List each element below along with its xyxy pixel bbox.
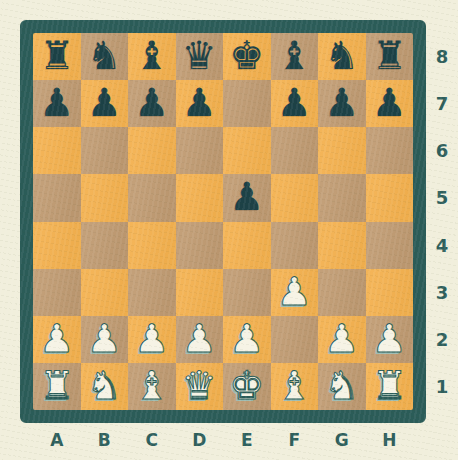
square-d6[interactable] bbox=[176, 127, 224, 174]
piece-black-pawn[interactable]: ♟ bbox=[39, 83, 74, 122]
square-h5[interactable] bbox=[366, 174, 414, 221]
square-e2[interactable]: ♟ bbox=[223, 316, 271, 363]
square-c6[interactable] bbox=[128, 127, 176, 174]
rank-label-5: 5 bbox=[426, 174, 458, 221]
square-f4[interactable] bbox=[271, 222, 319, 269]
piece-white-pawn[interactable]: ♟ bbox=[39, 319, 74, 358]
rank-label-2: 2 bbox=[426, 316, 458, 363]
piece-white-pawn[interactable]: ♟ bbox=[134, 319, 169, 358]
piece-black-rook[interactable]: ♜ bbox=[372, 36, 407, 75]
piece-white-king[interactable]: ♚ bbox=[229, 366, 264, 405]
square-e6[interactable] bbox=[223, 127, 271, 174]
file-label-f: F bbox=[271, 423, 319, 457]
square-f5[interactable] bbox=[271, 174, 319, 221]
piece-black-pawn[interactable]: ♟ bbox=[134, 83, 169, 122]
square-b6[interactable] bbox=[81, 127, 129, 174]
square-b5[interactable] bbox=[81, 174, 129, 221]
piece-white-bishop[interactable]: ♝ bbox=[277, 366, 312, 405]
square-d1[interactable]: ♛ bbox=[176, 363, 224, 410]
square-b4[interactable] bbox=[81, 222, 129, 269]
square-c7[interactable]: ♟ bbox=[128, 80, 176, 127]
square-h8[interactable]: ♜ bbox=[366, 33, 414, 80]
square-c8[interactable]: ♝ bbox=[128, 33, 176, 80]
piece-white-queen[interactable]: ♛ bbox=[182, 366, 217, 405]
square-f8[interactable]: ♝ bbox=[271, 33, 319, 80]
piece-black-bishop[interactable]: ♝ bbox=[277, 36, 312, 75]
square-a1[interactable]: ♜ bbox=[33, 363, 81, 410]
square-a5[interactable] bbox=[33, 174, 81, 221]
piece-white-pawn[interactable]: ♟ bbox=[372, 319, 407, 358]
square-c1[interactable]: ♝ bbox=[128, 363, 176, 410]
square-d7[interactable]: ♟ bbox=[176, 80, 224, 127]
square-c3[interactable] bbox=[128, 269, 176, 316]
piece-black-queen[interactable]: ♛ bbox=[182, 36, 217, 75]
square-e8[interactable]: ♚ bbox=[223, 33, 271, 80]
square-e7[interactable] bbox=[223, 80, 271, 127]
piece-white-pawn[interactable]: ♟ bbox=[87, 319, 122, 358]
piece-white-pawn[interactable]: ♟ bbox=[182, 319, 217, 358]
chess-illustration: ♜♞♝♛♚♝♞♜♟♟♟♟♟♟♟♟♟♟♟♟♟♟♟♟♜♞♝♛♚♝♞♜ 8765432… bbox=[0, 0, 458, 460]
square-h7[interactable]: ♟ bbox=[366, 80, 414, 127]
square-h6[interactable] bbox=[366, 127, 414, 174]
square-a2[interactable]: ♟ bbox=[33, 316, 81, 363]
square-g3[interactable] bbox=[318, 269, 366, 316]
file-labels: ABCDEFGH bbox=[33, 423, 413, 457]
square-c5[interactable] bbox=[128, 174, 176, 221]
square-f7[interactable]: ♟ bbox=[271, 80, 319, 127]
board-frame: ♜♞♝♛♚♝♞♜♟♟♟♟♟♟♟♟♟♟♟♟♟♟♟♟♜♞♝♛♚♝♞♜ bbox=[20, 20, 426, 423]
piece-white-rook[interactable]: ♜ bbox=[372, 366, 407, 405]
file-label-g: G bbox=[318, 423, 366, 457]
piece-black-pawn[interactable]: ♟ bbox=[277, 83, 312, 122]
square-h4[interactable] bbox=[366, 222, 414, 269]
rank-label-3: 3 bbox=[426, 269, 458, 316]
rank-label-1: 1 bbox=[426, 363, 458, 410]
square-g6[interactable] bbox=[318, 127, 366, 174]
file-label-d: D bbox=[176, 423, 224, 457]
square-a6[interactable] bbox=[33, 127, 81, 174]
square-b1[interactable]: ♞ bbox=[81, 363, 129, 410]
piece-white-pawn[interactable]: ♟ bbox=[277, 272, 312, 311]
piece-black-pawn[interactable]: ♟ bbox=[182, 83, 217, 122]
square-e1[interactable]: ♚ bbox=[223, 363, 271, 410]
piece-black-rook[interactable]: ♜ bbox=[39, 36, 74, 75]
piece-black-pawn[interactable]: ♟ bbox=[372, 83, 407, 122]
square-g2[interactable]: ♟ bbox=[318, 316, 366, 363]
square-b3[interactable] bbox=[81, 269, 129, 316]
square-d8[interactable]: ♛ bbox=[176, 33, 224, 80]
piece-black-pawn[interactable]: ♟ bbox=[87, 83, 122, 122]
piece-black-pawn[interactable]: ♟ bbox=[324, 83, 359, 122]
square-d3[interactable] bbox=[176, 269, 224, 316]
square-g4[interactable] bbox=[318, 222, 366, 269]
piece-black-king[interactable]: ♚ bbox=[229, 36, 264, 75]
square-g1[interactable]: ♞ bbox=[318, 363, 366, 410]
piece-white-pawn[interactable]: ♟ bbox=[324, 319, 359, 358]
square-a7[interactable]: ♟ bbox=[33, 80, 81, 127]
square-a4[interactable] bbox=[33, 222, 81, 269]
rank-label-6: 6 bbox=[426, 127, 458, 174]
square-d5[interactable] bbox=[176, 174, 224, 221]
piece-black-bishop[interactable]: ♝ bbox=[134, 36, 169, 75]
square-f6[interactable] bbox=[271, 127, 319, 174]
file-label-e: E bbox=[223, 423, 271, 457]
square-b2[interactable]: ♟ bbox=[81, 316, 129, 363]
piece-white-pawn[interactable]: ♟ bbox=[229, 319, 264, 358]
file-label-c: C bbox=[128, 423, 176, 457]
piece-black-pawn[interactable]: ♟ bbox=[229, 177, 264, 216]
piece-white-knight[interactable]: ♞ bbox=[87, 366, 122, 405]
square-e3[interactable] bbox=[223, 269, 271, 316]
square-d4[interactable] bbox=[176, 222, 224, 269]
piece-white-rook[interactable]: ♜ bbox=[39, 366, 74, 405]
square-f2[interactable] bbox=[271, 316, 319, 363]
square-g7[interactable]: ♟ bbox=[318, 80, 366, 127]
piece-black-knight[interactable]: ♞ bbox=[87, 36, 122, 75]
square-g8[interactable]: ♞ bbox=[318, 33, 366, 80]
file-label-b: B bbox=[81, 423, 129, 457]
rank-label-7: 7 bbox=[426, 80, 458, 127]
square-c2[interactable]: ♟ bbox=[128, 316, 176, 363]
piece-white-knight[interactable]: ♞ bbox=[324, 366, 359, 405]
square-b8[interactable]: ♞ bbox=[81, 33, 129, 80]
rank-label-4: 4 bbox=[426, 222, 458, 269]
piece-white-bishop[interactable]: ♝ bbox=[134, 366, 169, 405]
file-label-a: A bbox=[33, 423, 81, 457]
square-c4[interactable] bbox=[128, 222, 176, 269]
square-b7[interactable]: ♟ bbox=[81, 80, 129, 127]
square-g5[interactable] bbox=[318, 174, 366, 221]
chessboard: ♜♞♝♛♚♝♞♜♟♟♟♟♟♟♟♟♟♟♟♟♟♟♟♟♜♞♝♛♚♝♞♜ bbox=[33, 33, 413, 410]
square-d2[interactable]: ♟ bbox=[176, 316, 224, 363]
square-a3[interactable] bbox=[33, 269, 81, 316]
square-h1[interactable]: ♜ bbox=[366, 363, 414, 410]
square-e4[interactable] bbox=[223, 222, 271, 269]
square-a8[interactable]: ♜ bbox=[33, 33, 81, 80]
square-e5[interactable]: ♟ bbox=[223, 174, 271, 221]
piece-black-knight[interactable]: ♞ bbox=[324, 36, 359, 75]
square-f1[interactable]: ♝ bbox=[271, 363, 319, 410]
rank-label-8: 8 bbox=[426, 33, 458, 80]
square-h3[interactable] bbox=[366, 269, 414, 316]
rank-labels: 87654321 bbox=[426, 33, 458, 410]
square-f3[interactable]: ♟ bbox=[271, 269, 319, 316]
square-h2[interactable]: ♟ bbox=[366, 316, 414, 363]
file-label-h: H bbox=[366, 423, 414, 457]
